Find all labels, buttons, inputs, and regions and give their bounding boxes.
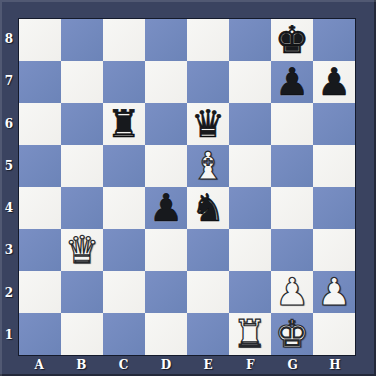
square-h7[interactable]: ♟ <box>313 61 355 103</box>
square-g2[interactable]: ♟ <box>271 271 313 313</box>
square-b2[interactable] <box>61 271 103 313</box>
square-a1[interactable] <box>19 313 61 355</box>
square-e6[interactable]: ♛ <box>187 103 229 145</box>
piece-bP-h7[interactable]: ♟ <box>317 61 351 103</box>
square-h2[interactable]: ♟ <box>313 271 355 313</box>
square-c2[interactable] <box>103 271 145 313</box>
piece-bN-e4[interactable]: ♞ <box>191 187 225 229</box>
square-c4[interactable] <box>103 187 145 229</box>
square-a3[interactable] <box>19 229 61 271</box>
square-f2[interactable] <box>229 271 271 313</box>
square-g3[interactable] <box>271 229 313 271</box>
square-d7[interactable] <box>145 61 187 103</box>
file-label-c: C <box>103 356 145 374</box>
rank-label-3: 3 <box>0 229 18 271</box>
piece-wR-f1[interactable]: ♜ <box>233 313 267 355</box>
square-f3[interactable] <box>229 229 271 271</box>
square-h3[interactable] <box>313 229 355 271</box>
rank-label-5: 5 <box>0 145 18 187</box>
file-label-f: F <box>229 356 271 374</box>
square-h8[interactable] <box>313 19 355 61</box>
square-h4[interactable] <box>313 187 355 229</box>
square-c6[interactable]: ♜ <box>103 103 145 145</box>
board-border: ♚♟♟♜♛♝♟♞♛♟♟♜♚ <box>18 18 356 356</box>
rank-labels: 87654321 <box>0 18 18 356</box>
rank-label-8: 8 <box>0 18 18 60</box>
square-b1[interactable] <box>61 313 103 355</box>
file-label-a: A <box>18 356 60 374</box>
square-b4[interactable] <box>61 187 103 229</box>
piece-bP-d4[interactable]: ♟ <box>149 187 183 229</box>
square-c7[interactable] <box>103 61 145 103</box>
square-b8[interactable] <box>61 19 103 61</box>
chessboard-frame: 87654321 ♚♟♟♜♛♝♟♞♛♟♟♜♚ ABCDEFGH <box>0 0 376 376</box>
rank-label-1: 1 <box>0 314 18 356</box>
square-g6[interactable] <box>271 103 313 145</box>
square-f4[interactable] <box>229 187 271 229</box>
square-g1[interactable]: ♚ <box>271 313 313 355</box>
chess-board[interactable]: ♚♟♟♜♛♝♟♞♛♟♟♜♚ <box>19 19 355 355</box>
square-f1[interactable]: ♜ <box>229 313 271 355</box>
square-e2[interactable] <box>187 271 229 313</box>
piece-wQ-b3[interactable]: ♛ <box>65 229 99 271</box>
rank-label-4: 4 <box>0 187 18 229</box>
piece-bP-g7[interactable]: ♟ <box>275 61 309 103</box>
square-a4[interactable] <box>19 187 61 229</box>
square-f6[interactable] <box>229 103 271 145</box>
square-e8[interactable] <box>187 19 229 61</box>
square-d6[interactable] <box>145 103 187 145</box>
square-a5[interactable] <box>19 145 61 187</box>
square-f7[interactable] <box>229 61 271 103</box>
piece-bQ-e6[interactable]: ♛ <box>191 103 225 145</box>
file-label-h: H <box>314 356 356 374</box>
square-g7[interactable]: ♟ <box>271 61 313 103</box>
rank-label-6: 6 <box>0 103 18 145</box>
file-labels: ABCDEFGH <box>18 356 356 374</box>
square-c5[interactable] <box>103 145 145 187</box>
file-label-g: G <box>272 356 314 374</box>
piece-wB-e5[interactable]: ♝ <box>191 145 225 187</box>
piece-bK-g8[interactable]: ♚ <box>275 19 309 61</box>
square-e7[interactable] <box>187 61 229 103</box>
file-label-b: B <box>60 356 102 374</box>
square-b3[interactable]: ♛ <box>61 229 103 271</box>
square-d3[interactable] <box>145 229 187 271</box>
square-b7[interactable] <box>61 61 103 103</box>
square-a6[interactable] <box>19 103 61 145</box>
square-d1[interactable] <box>145 313 187 355</box>
square-d4[interactable]: ♟ <box>145 187 187 229</box>
file-label-d: D <box>145 356 187 374</box>
piece-wP-h2[interactable]: ♟ <box>317 271 351 313</box>
square-d2[interactable] <box>145 271 187 313</box>
piece-bR-c6[interactable]: ♜ <box>107 103 141 145</box>
file-label-e: E <box>187 356 229 374</box>
square-h1[interactable] <box>313 313 355 355</box>
square-h5[interactable] <box>313 145 355 187</box>
square-e5[interactable]: ♝ <box>187 145 229 187</box>
rank-label-7: 7 <box>0 60 18 102</box>
square-h6[interactable] <box>313 103 355 145</box>
square-f5[interactable] <box>229 145 271 187</box>
square-c8[interactable] <box>103 19 145 61</box>
square-f8[interactable] <box>229 19 271 61</box>
piece-wP-g2[interactable]: ♟ <box>275 271 309 313</box>
square-g4[interactable] <box>271 187 313 229</box>
square-c1[interactable] <box>103 313 145 355</box>
square-b6[interactable] <box>61 103 103 145</box>
piece-wK-g1[interactable]: ♚ <box>275 313 309 355</box>
square-g5[interactable] <box>271 145 313 187</box>
rank-label-2: 2 <box>0 272 18 314</box>
square-d8[interactable] <box>145 19 187 61</box>
square-e1[interactable] <box>187 313 229 355</box>
square-d5[interactable] <box>145 145 187 187</box>
square-a7[interactable] <box>19 61 61 103</box>
square-c3[interactable] <box>103 229 145 271</box>
square-g8[interactable]: ♚ <box>271 19 313 61</box>
square-a8[interactable] <box>19 19 61 61</box>
square-a2[interactable] <box>19 271 61 313</box>
square-b5[interactable] <box>61 145 103 187</box>
square-e3[interactable] <box>187 229 229 271</box>
square-e4[interactable]: ♞ <box>187 187 229 229</box>
